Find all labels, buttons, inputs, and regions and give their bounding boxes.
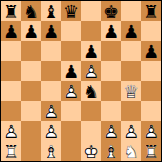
black-knight: ♞ [21, 1, 41, 21]
square-c7[interactable]: ♟ [41, 21, 61, 41]
white-queen: ♕ [121, 81, 141, 101]
white-pawn: ♙ [41, 101, 61, 121]
black-pawn: ♟ [101, 21, 121, 41]
square-f3[interactable] [101, 101, 121, 121]
black-knight: ♞ [81, 81, 101, 101]
black-pawn: ♟ [141, 41, 161, 61]
square-h8[interactable]: ♜ [141, 1, 161, 21]
square-b7[interactable]: ♟ [21, 21, 41, 41]
white-king-fill: ♚ [81, 141, 101, 161]
square-e7[interactable] [81, 21, 101, 41]
square-a7[interactable]: ♟ [1, 21, 21, 41]
square-a1[interactable]: ♜♖ [1, 141, 21, 161]
white-pawn-fill: ♟ [101, 121, 121, 141]
white-pawn-fill: ♟ [81, 61, 101, 81]
square-f7[interactable]: ♟ [101, 21, 121, 41]
square-a6[interactable] [1, 41, 21, 61]
square-b3[interactable] [21, 101, 41, 121]
square-e4[interactable]: ♞ [81, 81, 101, 101]
white-rook: ♖ [1, 141, 21, 161]
square-d7[interactable] [61, 21, 81, 41]
white-pawn: ♙ [101, 121, 121, 141]
square-f4[interactable] [101, 81, 121, 101]
black-bishop: ♝ [41, 1, 61, 21]
square-a8[interactable]: ♜ [1, 1, 21, 21]
square-b5[interactable] [21, 61, 41, 81]
white-pawn-fill: ♟ [61, 81, 81, 101]
square-d1[interactable] [61, 141, 81, 161]
white-pawn: ♙ [121, 121, 141, 141]
square-h4[interactable] [141, 81, 161, 101]
square-a2[interactable]: ♟♙ [1, 121, 21, 141]
square-f6[interactable] [101, 41, 121, 61]
white-pawn: ♙ [1, 121, 21, 141]
white-queen-fill: ♛ [121, 81, 141, 101]
square-b4[interactable] [21, 81, 41, 101]
square-a5[interactable] [1, 61, 21, 81]
white-rook: ♖ [141, 141, 161, 161]
square-a4[interactable] [1, 81, 21, 101]
square-d2[interactable] [61, 121, 81, 141]
white-rook-fill: ♜ [1, 141, 21, 161]
black-pawn: ♟ [1, 21, 21, 41]
square-f8[interactable]: ♚ [101, 1, 121, 21]
square-h7[interactable] [141, 21, 161, 41]
white-pawn: ♙ [41, 121, 61, 141]
white-bishop: ♗ [101, 141, 121, 161]
square-d6[interactable] [61, 41, 81, 61]
white-pawn-fill: ♟ [41, 101, 61, 121]
black-pawn: ♟ [121, 21, 141, 41]
square-f2[interactable]: ♟♙ [101, 121, 121, 141]
square-c5[interactable] [41, 61, 61, 81]
white-rook-fill: ♜ [141, 141, 161, 161]
white-bishop: ♗ [41, 141, 61, 161]
square-h2[interactable]: ♟♙ [141, 121, 161, 141]
white-knight-fill: ♞ [121, 141, 141, 161]
square-h5[interactable] [141, 61, 161, 81]
white-pawn-fill: ♟ [121, 121, 141, 141]
square-f1[interactable]: ♝♗ [101, 141, 121, 161]
square-b8[interactable]: ♞ [21, 1, 41, 21]
white-pawn: ♙ [61, 81, 81, 101]
square-d8[interactable]: ♛ [61, 1, 81, 21]
square-g2[interactable]: ♟♙ [121, 121, 141, 141]
black-pawn: ♟ [41, 21, 61, 41]
square-h6[interactable]: ♟ [141, 41, 161, 61]
square-g6[interactable] [121, 41, 141, 61]
black-king: ♚ [101, 1, 121, 21]
black-pawn: ♟ [61, 61, 81, 81]
square-e1[interactable]: ♚♔ [81, 141, 101, 161]
square-h1[interactable]: ♜♖ [141, 141, 161, 161]
square-c4[interactable] [41, 81, 61, 101]
white-pawn: ♙ [141, 121, 161, 141]
white-pawn: ♙ [81, 61, 101, 81]
square-e8[interactable] [81, 1, 101, 21]
black-pawn: ♟ [21, 21, 41, 41]
white-king: ♔ [81, 141, 101, 161]
square-g7[interactable]: ♟ [121, 21, 141, 41]
white-knight: ♘ [121, 141, 141, 161]
square-c1[interactable]: ♝♗ [41, 141, 61, 161]
white-pawn-fill: ♟ [141, 121, 161, 141]
chess-board: ♜♞♝♛♚♜♟♟♟♟♟♟♟♟♟♙♟♙♞♛♕♟♙♟♙♟♙♟♙♟♙♟♙♜♖♝♗♚♔♝… [0, 0, 162, 162]
square-d4[interactable]: ♟♙ [61, 81, 81, 101]
square-g3[interactable] [121, 101, 141, 121]
square-b2[interactable] [21, 121, 41, 141]
square-c2[interactable]: ♟♙ [41, 121, 61, 141]
white-pawn-fill: ♟ [41, 121, 61, 141]
square-d3[interactable] [61, 101, 81, 121]
black-rook: ♜ [141, 1, 161, 21]
square-b6[interactable] [21, 41, 41, 61]
square-c8[interactable]: ♝ [41, 1, 61, 21]
square-g4[interactable]: ♛♕ [121, 81, 141, 101]
white-bishop-fill: ♝ [101, 141, 121, 161]
square-a3[interactable] [1, 101, 21, 121]
square-e3[interactable] [81, 101, 101, 121]
square-g1[interactable]: ♞♘ [121, 141, 141, 161]
square-c6[interactable] [41, 41, 61, 61]
square-c3[interactable]: ♟♙ [41, 101, 61, 121]
black-rook: ♜ [1, 1, 21, 21]
square-h3[interactable] [141, 101, 161, 121]
square-e5[interactable]: ♟♙ [81, 61, 101, 81]
white-pawn-fill: ♟ [1, 121, 21, 141]
chess-board-wrapper: ♜♞♝♛♚♜♟♟♟♟♟♟♟♟♟♙♟♙♞♛♕♟♙♟♙♟♙♟♙♟♙♟♙♜♖♝♗♚♔♝… [0, 0, 162, 162]
square-d5[interactable]: ♟ [61, 61, 81, 81]
black-pawn: ♟ [81, 41, 101, 61]
black-queen: ♛ [61, 1, 81, 21]
square-e6[interactable]: ♟ [81, 41, 101, 61]
white-bishop-fill: ♝ [41, 141, 61, 161]
square-g8[interactable] [121, 1, 141, 21]
square-b1[interactable] [21, 141, 41, 161]
square-f5[interactable] [101, 61, 121, 81]
square-e2[interactable] [81, 121, 101, 141]
square-g5[interactable] [121, 61, 141, 81]
